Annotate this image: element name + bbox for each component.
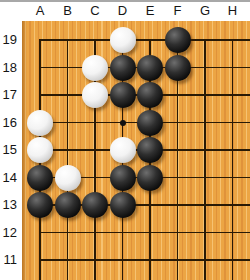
stone-black-D13[interactable] (110, 192, 136, 218)
column-label-F: F (168, 4, 188, 18)
column-label-G: G (195, 4, 215, 18)
go-diagram: ABCDEFGH 191817161514131211 (0, 0, 250, 280)
stone-white-B14[interactable] (55, 165, 81, 191)
row-label-11: 11 (0, 253, 17, 267)
row-label-12: 12 (0, 226, 17, 240)
stone-black-F19[interactable] (165, 27, 191, 53)
stone-white-C17[interactable] (82, 82, 108, 108)
row-label-17: 17 (0, 88, 17, 102)
column-label-H: H (223, 4, 243, 18)
row-label-14: 14 (0, 171, 17, 185)
row-label-13: 13 (0, 198, 17, 212)
column-label-B: B (58, 4, 78, 18)
grid-hline-19 (39, 39, 250, 41)
grid-hline-11 (39, 259, 250, 261)
top-border-line (0, 0, 250, 2)
goban[interactable] (22, 21, 250, 280)
grid-vline-H (232, 39, 234, 280)
row-label-19: 19 (0, 33, 17, 47)
stone-white-D19[interactable] (110, 27, 136, 53)
stone-black-A13[interactable] (27, 192, 53, 218)
stone-white-A16[interactable] (27, 110, 53, 136)
row-label-16: 16 (0, 116, 17, 130)
stone-black-D17[interactable] (110, 82, 136, 108)
column-label-E: E (140, 4, 160, 18)
stone-black-E16[interactable] (137, 110, 163, 136)
star-point-D16 (120, 120, 126, 126)
stone-black-B13[interactable] (55, 192, 81, 218)
stone-black-E18[interactable] (137, 55, 163, 81)
stone-black-A14[interactable] (27, 165, 53, 191)
grid-hline-12 (39, 232, 250, 234)
stone-black-D18[interactable] (110, 55, 136, 81)
stone-white-D15[interactable] (110, 137, 136, 163)
grid-vline-G (204, 39, 206, 280)
row-label-15: 15 (0, 143, 17, 157)
stone-black-F18[interactable] (165, 55, 191, 81)
stone-black-D14[interactable] (110, 165, 136, 191)
column-label-C: C (85, 4, 105, 18)
stone-white-C18[interactable] (82, 55, 108, 81)
stone-black-C13[interactable] (82, 192, 108, 218)
column-label-D: D (113, 4, 133, 18)
grid-vline-B (67, 39, 69, 280)
stone-white-A15[interactable] (27, 137, 53, 163)
row-label-18: 18 (0, 61, 17, 75)
column-label-A: A (30, 4, 50, 18)
stone-black-E15[interactable] (137, 137, 163, 163)
stone-black-E17[interactable] (137, 82, 163, 108)
stone-black-E14[interactable] (137, 165, 163, 191)
